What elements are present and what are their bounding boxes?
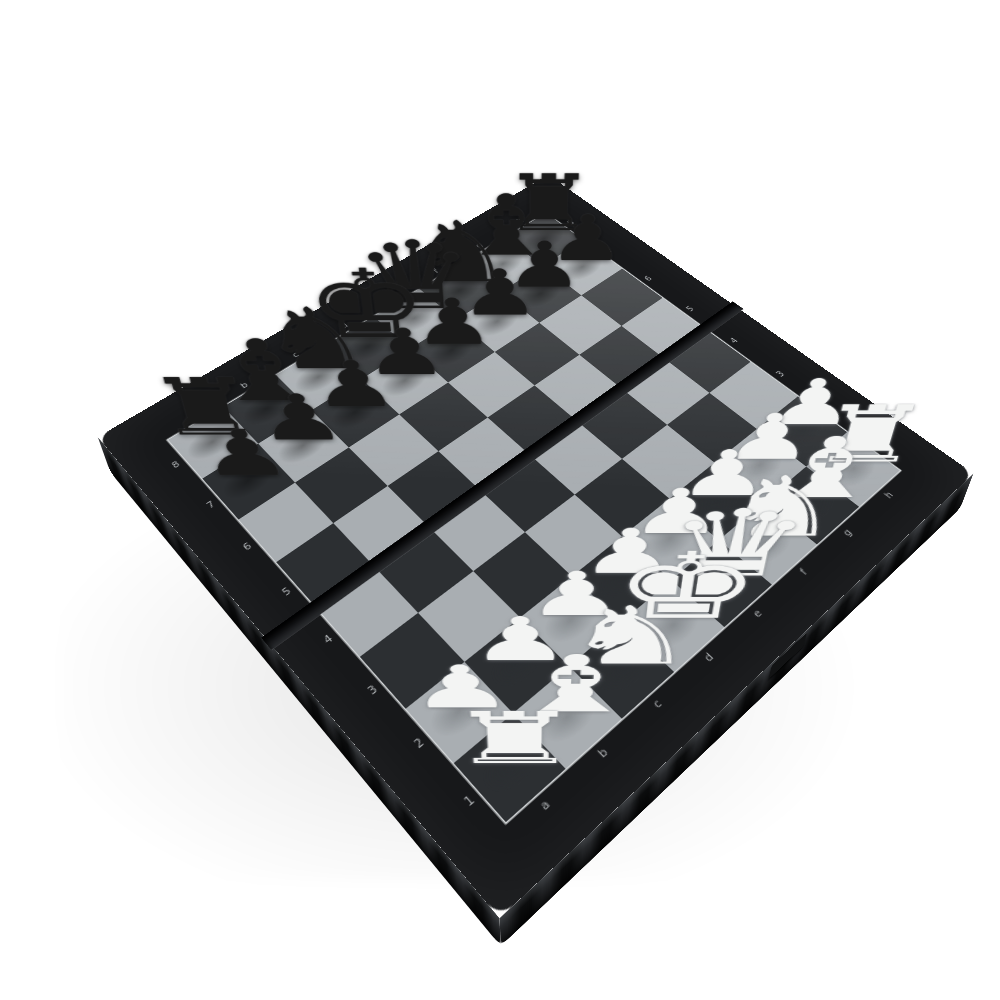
board-case: abcdefgh abcdefgh 87654321 87654321 ♜♝♞♚… (98, 175, 974, 918)
pieces-layer: ♜♝♞♚♛♞♝♜♟♟♟♟♟♟♟♟♟♟♟♟♟♟♟♟♜♝♞♚♛♞♝♜ (168, 213, 900, 822)
board-face: abcdefgh abcdefgh 87654321 87654321 ♜♝♞♚… (139, 197, 930, 860)
rank-label-8: 8 (152, 441, 199, 488)
case-latch (769, 632, 808, 679)
photo-scene: abcdefgh abcdefgh 87654321 87654321 ♜♝♞♚… (0, 0, 1000, 1000)
white-rook-glyph: ♜ (444, 701, 584, 772)
black-pawn-glyph: ♟ (190, 421, 295, 484)
